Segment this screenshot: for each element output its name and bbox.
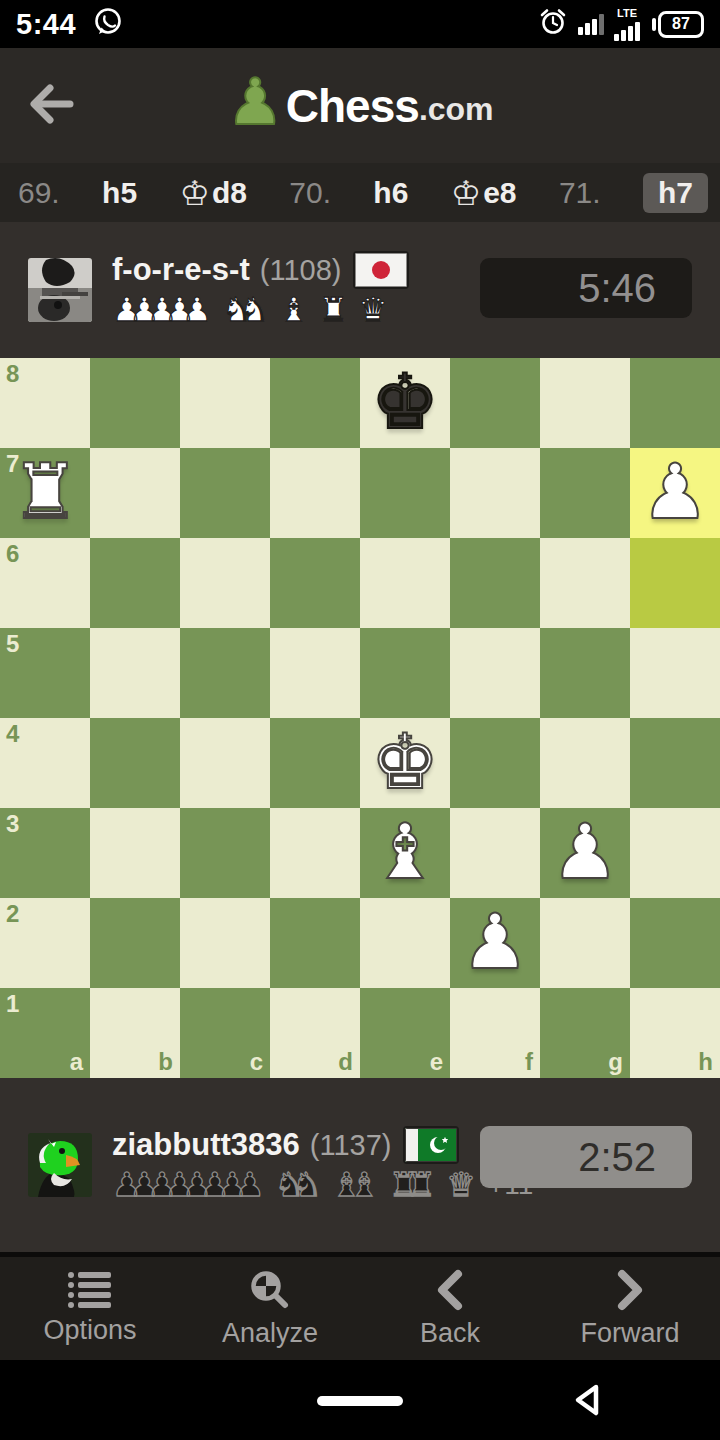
pakistan-flag-icon [405,1128,457,1162]
player-info-top: f-o-r-e-s-t (1108) ♟♟♟♟♟ ♞♞ ♝ ♜ ♛ [112,252,407,328]
square-c6[interactable] [180,538,270,628]
square-h6[interactable] [630,538,720,628]
square-f1[interactable]: f [450,988,540,1078]
square-b5[interactable] [90,628,180,718]
rank-label-7: 7 [6,450,19,478]
clock-bottom: 2:52 [480,1126,692,1188]
square-d6[interactable] [270,538,360,628]
android-nav-bar [0,1360,720,1440]
rank-label-1: 1 [6,990,19,1018]
square-b1[interactable]: b [90,988,180,1078]
analyze-button[interactable]: Analyze [180,1257,360,1360]
square-a4[interactable]: 4 [0,718,90,808]
square-b8[interactable] [90,358,180,448]
player-avatar-bottom[interactable] [28,1133,92,1197]
square-h2[interactable] [630,898,720,988]
android-back-button[interactable] [572,1382,602,1422]
square-e2[interactable] [360,898,450,988]
file-label-f: f [525,1048,533,1076]
game-navbar: Options Analyze Back Forward [0,1252,720,1360]
square-g4[interactable] [540,718,630,808]
square-b7[interactable] [90,448,180,538]
square-a5[interactable]: 5 [0,628,90,718]
file-label-b: b [158,1048,173,1076]
file-label-h: h [698,1048,713,1076]
captured-knights: ♞♞ [222,292,269,328]
square-e1[interactable]: e [360,988,450,1078]
square-d5[interactable] [270,628,360,718]
square-d7[interactable] [270,448,360,538]
battery-icon: 87 [652,11,704,38]
square-e3[interactable]: ♝ [360,808,450,898]
captured-bishops: ♝ [279,292,309,328]
square-e6[interactable] [360,538,450,628]
home-pill-button[interactable] [317,1396,403,1406]
captured-rooks: ♜♜ [389,1167,436,1203]
piece-white-pawn[interactable]: ♟ [450,898,540,986]
square-h7[interactable]: ♟ [630,448,720,538]
player-panel-bottom: ziabbutt3836 (1137) ♟♟♟♟♟♟♟♟ ♞♞ ♝♝ [0,1078,720,1252]
player-avatar-top[interactable] [28,258,92,322]
analyze-label: Analyze [222,1318,318,1349]
square-b4[interactable] [90,718,180,808]
piece-black-king[interactable]: ♚ [360,358,450,446]
captured-rooks: ♜ [319,292,349,328]
piece-white-pawn[interactable]: ♟ [540,808,630,896]
square-f7[interactable] [450,448,540,538]
square-e5[interactable] [360,628,450,718]
file-label-c: c [250,1048,263,1076]
file-label-g: g [608,1048,623,1076]
rank-label-3: 3 [6,810,19,838]
player-info-bottom: ziabbutt3836 (1137) ♟♟♟♟♟♟♟♟ ♞♞ ♝♝ [112,1127,533,1203]
move-69-black[interactable]: ♔d8 [179,173,247,213]
move-69-white[interactable]: h5 [102,176,137,210]
player-panel-top: f-o-r-e-s-t (1108) ♟♟♟♟♟ ♞♞ ♝ ♜ ♛ 5:46 [0,222,720,358]
move-number: 69. [18,176,60,210]
alarm-icon [538,7,568,41]
captured-pawns: ♟♟♟♟♟ [112,292,212,328]
battery-percent: 87 [658,11,704,38]
player-rating-top: (1108) [260,254,342,287]
forward-move-button[interactable]: Forward [540,1257,720,1360]
square-f6[interactable] [450,538,540,628]
square-b6[interactable] [90,538,180,628]
chess-board: 8♚7♜♟654♚3♝♟2♟1abcdefgh [0,358,720,1078]
status-time: 5:44 [16,8,76,41]
clock-top: 5:46 [480,258,692,318]
network-label: LTE [617,8,637,19]
square-c5[interactable] [180,628,270,718]
file-label-a: a [70,1048,83,1076]
captured-knights: ♞♞ [275,1167,322,1203]
back-move-button[interactable]: Back [360,1257,540,1360]
square-a2[interactable]: 2 [0,898,90,988]
app-screen: 5:44 LTE 8 [0,0,720,1440]
square-f8[interactable] [450,358,540,448]
square-h5[interactable] [630,628,720,718]
square-c8[interactable] [180,358,270,448]
file-label-e: e [430,1048,443,1076]
whatsapp-icon [92,6,124,42]
piece-white-bishop[interactable]: ♝ [360,808,450,896]
captured-pawns: ♟♟♟♟♟♟♟♟ [112,1167,265,1203]
file-label-d: d [338,1048,353,1076]
square-c7[interactable] [180,448,270,538]
square-a1[interactable]: 1a [0,988,90,1078]
square-c4[interactable] [180,718,270,808]
square-h4[interactable] [630,718,720,808]
square-e7[interactable] [360,448,450,538]
captured-pieces-top: ♟♟♟♟♟ ♞♞ ♝ ♜ ♛ [112,292,407,328]
rank-label-5: 5 [6,630,19,658]
move-71-white-current[interactable]: h7 [643,173,708,213]
chevron-left-icon [432,1268,468,1312]
king-figurine-icon: ♔ [179,173,209,213]
piece-white-king[interactable]: ♚ [360,718,450,806]
japan-flag-icon [355,253,407,287]
rank-label-4: 4 [6,720,19,748]
captured-queens: ♛ [358,292,388,328]
square-c1[interactable]: c [180,988,270,1078]
square-d8[interactable] [270,358,360,448]
captured-queens: ♛ [446,1167,476,1203]
rank-label-2: 2 [6,900,19,928]
square-h3[interactable] [630,808,720,898]
king-figurine-icon: ♔ [451,173,481,213]
chevron-right-icon [612,1268,648,1312]
player-name-top[interactable]: f-o-r-e-s-t [112,252,250,288]
square-e8[interactable]: ♚ [360,358,450,448]
options-list-icon [67,1271,113,1309]
square-a6[interactable]: 6 [0,538,90,628]
piece-white-pawn[interactable]: ♟ [630,448,720,536]
app-header: ♟ Chess .com [0,48,720,163]
player-rating-bottom: (1137) [310,1129,392,1162]
square-a7[interactable]: 7♜ [0,448,90,538]
square-f2[interactable]: ♟ [450,898,540,988]
square-h1[interactable]: h [630,988,720,1078]
square-g6[interactable] [540,538,630,628]
square-c2[interactable] [180,898,270,988]
logo-pawn-icon: ♟ [226,70,283,134]
captured-pieces-bottom: ♟♟♟♟♟♟♟♟ ♞♞ ♝♝ ♜♜ ♛ +11 [112,1167,533,1203]
square-g7[interactable] [540,448,630,538]
move-70-white[interactable]: h6 [373,176,408,210]
move-number: 71. [559,176,601,210]
square-b2[interactable] [90,898,180,988]
square-g3[interactable]: ♟ [540,808,630,898]
square-f3[interactable] [450,808,540,898]
square-g5[interactable] [540,628,630,718]
square-h8[interactable] [630,358,720,448]
square-f5[interactable] [450,628,540,718]
forward-label: Forward [580,1318,679,1349]
captured-bishops: ♝♝ [332,1167,379,1203]
back-arrow-button[interactable] [26,80,78,128]
square-d4[interactable] [270,718,360,808]
square-d1[interactable]: d [270,988,360,1078]
logo-text: Chess [286,79,419,133]
square-a8[interactable]: 8 [0,358,90,448]
square-g2[interactable] [540,898,630,988]
rank-label-6: 6 [6,540,19,568]
square-e4[interactable]: ♚ [360,718,450,808]
options-button[interactable]: Options [0,1257,180,1360]
square-b3[interactable] [90,808,180,898]
square-d3[interactable] [270,808,360,898]
analyze-magnifier-icon [247,1268,293,1312]
move-number: 70. [289,176,331,210]
square-c3[interactable] [180,808,270,898]
logo-suffix-text: .com [419,91,494,128]
back-label: Back [420,1318,480,1349]
rank-label-8: 8 [6,360,19,388]
options-label: Options [43,1315,136,1346]
signal-bars-icon [578,13,604,35]
square-g1[interactable]: g [540,988,630,1078]
move-list: 69. h5 ♔d8 70. h6 ♔e8 71. h7 [0,163,720,222]
move-70-black[interactable]: ♔e8 [451,173,517,213]
chesscom-logo: ♟ Chess .com [226,78,493,134]
square-a3[interactable]: 3 [0,808,90,898]
square-f4[interactable] [450,718,540,808]
square-g8[interactable] [540,358,630,448]
square-d2[interactable] [270,898,360,988]
lte-signal-icon: LTE [614,8,640,41]
player-name-bottom[interactable]: ziabbutt3836 [112,1127,300,1163]
status-bar: 5:44 LTE 8 [0,0,720,48]
